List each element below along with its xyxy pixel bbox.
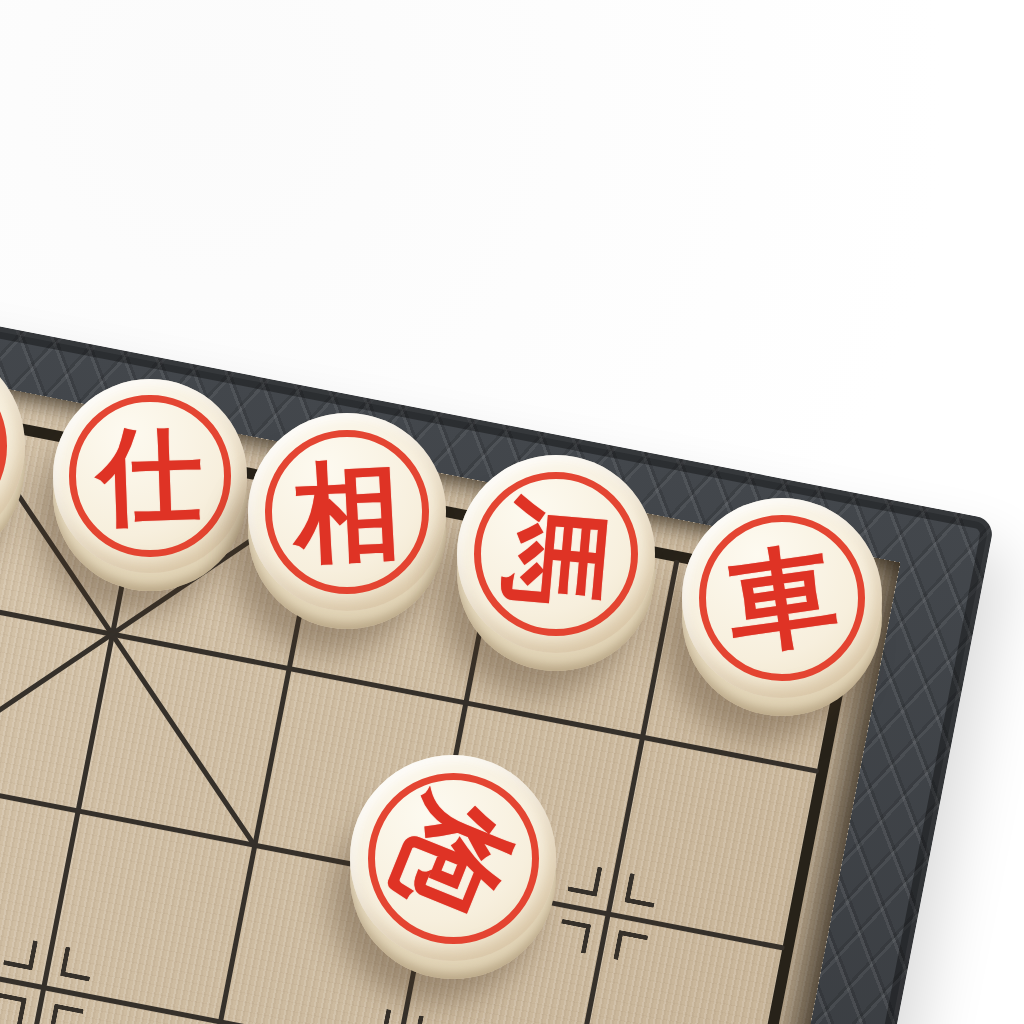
- piece-face: 炮: [350, 755, 556, 961]
- piece-character: 相: [243, 408, 451, 616]
- piece-chariot[interactable]: 車: [682, 502, 882, 702]
- piece-character: 仕: [50, 376, 251, 577]
- point-marker-bracket: [3, 935, 38, 970]
- piece-character: 馬: [449, 447, 664, 662]
- piece-face: 車: [682, 498, 882, 698]
- point-marker-bracket: [624, 873, 659, 908]
- piece-character: 炮: [319, 724, 587, 992]
- point-marker-bracket: [567, 862, 602, 897]
- piece-character: [0, 339, 25, 553]
- piece-character: 車: [669, 485, 895, 711]
- piece-face: [0, 339, 25, 553]
- piece-elephant[interactable]: 相: [248, 417, 446, 615]
- point-marker-bracket: [60, 946, 95, 981]
- point-marker-bracket: [556, 919, 591, 954]
- point-marker-bracket: [613, 930, 648, 965]
- piece-cannon[interactable]: 炮: [350, 759, 556, 965]
- piece-advisor[interactable]: 仕: [53, 383, 247, 577]
- piece-face: 馬: [457, 455, 655, 653]
- piece-face: 仕: [53, 379, 247, 573]
- piece-face: 相: [248, 413, 446, 611]
- piece-horse[interactable]: 馬: [457, 459, 655, 657]
- piece-cut-off[interactable]: [0, 343, 25, 557]
- product-photo-stage: 仕 相 馬 車 炮: [0, 0, 1024, 1024]
